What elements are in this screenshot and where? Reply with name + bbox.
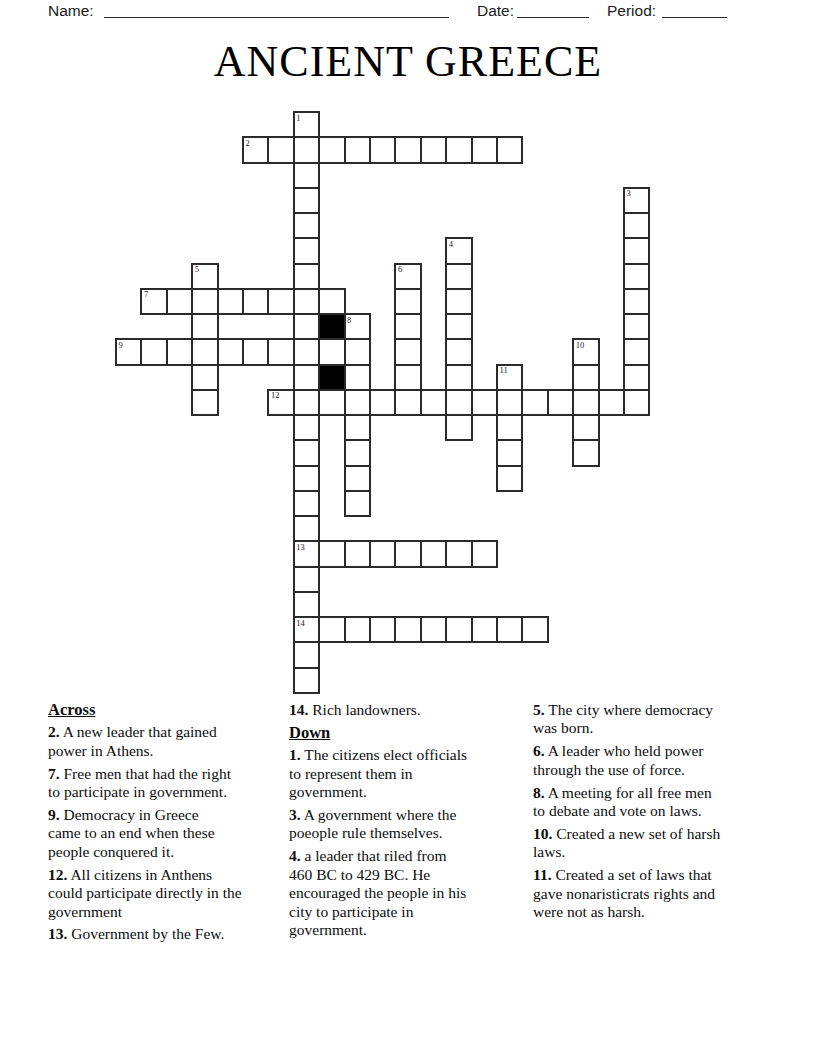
clue-number: 5. <box>533 701 545 718</box>
grid-cell[interactable] <box>496 465 523 492</box>
grid-cell[interactable] <box>394 288 421 315</box>
grid-cell[interactable] <box>420 540 447 567</box>
down-header: Down <box>289 724 519 742</box>
grid-cell[interactable] <box>445 338 472 365</box>
clue-down-10: 10. Created a new set of harsh laws. <box>533 825 761 862</box>
grid-cell[interactable] <box>369 616 396 643</box>
clue-down-1: 1. The citizens elect officials to repre… <box>289 746 519 801</box>
clue-text: A new leader that gained power in Athens… <box>48 723 217 758</box>
grid-cell[interactable] <box>420 389 447 416</box>
grid-cell[interactable] <box>344 616 371 643</box>
grid-cell[interactable] <box>191 364 218 391</box>
grid-cell[interactable] <box>521 389 548 416</box>
clue-text: A meeting for all free men to debate and… <box>533 784 712 819</box>
grid-cell[interactable] <box>623 263 650 290</box>
clue-text: A leader who held power through the use … <box>533 742 703 777</box>
grid-cell[interactable] <box>496 389 523 416</box>
clues-column-3: 5. The city where democracy was born.6. … <box>533 701 761 926</box>
grid-cell[interactable] <box>140 338 167 365</box>
grid-cell[interactable] <box>623 338 650 365</box>
grid-cell[interactable] <box>166 338 193 365</box>
grid-cell[interactable] <box>369 136 396 163</box>
grid-cell[interactable] <box>471 616 498 643</box>
grid-cell[interactable] <box>191 288 218 315</box>
clue-text: All citizens in Anthens could participat… <box>48 866 242 920</box>
grid-cell[interactable] <box>445 136 472 163</box>
grid-cell[interactable] <box>293 288 320 315</box>
grid-cell[interactable] <box>598 389 625 416</box>
clue-across-13: 13. Government by the Few. <box>48 925 296 943</box>
grid-cell[interactable] <box>293 515 320 542</box>
grid-cell[interactable] <box>293 439 320 466</box>
grid-cell[interactable] <box>293 263 320 290</box>
clue-number: 3. <box>289 806 301 823</box>
clue-number: 13. <box>48 925 67 942</box>
grid-cell[interactable] <box>267 338 294 365</box>
worksheet-page: Name: Date: Period: ANCIENT GREECE 12345… <box>0 0 816 1056</box>
grid-cell[interactable] <box>394 616 421 643</box>
clue-text: Democracy in Greece came to an end when … <box>48 806 215 860</box>
clue-text: Government by the Few. <box>71 925 224 942</box>
cell-number: 9 <box>119 341 123 350</box>
grid-cell[interactable] <box>471 540 498 567</box>
grid-cell[interactable] <box>344 414 371 441</box>
grid-cell[interactable] <box>293 641 320 668</box>
grid-cell[interactable] <box>394 540 421 567</box>
grid-cell[interactable] <box>318 136 345 163</box>
clue-number: 8. <box>533 784 545 801</box>
cell-number: 12 <box>271 391 280 400</box>
clue-number: 1. <box>289 746 301 763</box>
clue-number: 11. <box>533 866 552 883</box>
clue-number: 9. <box>48 806 60 823</box>
grid-cell[interactable] <box>445 263 472 290</box>
clue-down-11: 11. Created a set of laws that gave nona… <box>533 866 761 921</box>
grid-cell[interactable] <box>293 187 320 214</box>
grid-cell[interactable] <box>445 364 472 391</box>
grid-cell[interactable] <box>572 414 599 441</box>
cell-number: 1 <box>296 114 300 123</box>
clue-text: a leader that riled from 460 BC to 429 B… <box>289 847 466 938</box>
grid-cell[interactable] <box>293 364 320 391</box>
grid-cell-black <box>318 313 345 340</box>
crossword-grid: 1234567891011121314 <box>115 111 651 695</box>
clue-down-3: 3. A government where the poeople rule t… <box>289 806 519 843</box>
grid-cell[interactable] <box>521 616 548 643</box>
grid-cell[interactable] <box>344 364 371 391</box>
grid-cell[interactable] <box>394 389 421 416</box>
clue-across-7: 7. Free men that had the right to partic… <box>48 765 296 802</box>
grid-cell[interactable] <box>242 338 269 365</box>
grid-cell[interactable] <box>369 540 396 567</box>
grid-cell[interactable] <box>623 313 650 340</box>
grid-cell[interactable] <box>344 389 371 416</box>
grid-cell[interactable] <box>394 364 421 391</box>
grid-cell[interactable] <box>293 389 320 416</box>
clue-text: Created a set of laws that gave nonarist… <box>533 866 715 920</box>
grid-cell[interactable] <box>293 338 320 365</box>
grid-cell[interactable] <box>318 338 345 365</box>
grid-cell[interactable] <box>293 212 320 239</box>
cell-number: 10 <box>576 341 585 350</box>
grid-cell[interactable] <box>623 212 650 239</box>
grid-cell[interactable] <box>242 288 269 315</box>
grid-cell[interactable] <box>344 338 371 365</box>
period-label: Period: <box>607 2 656 20</box>
grid-cell[interactable] <box>191 338 218 365</box>
cell-number: 4 <box>449 240 453 249</box>
grid-cell[interactable] <box>293 162 320 189</box>
clue-text: Rich landowners. <box>312 701 420 718</box>
clue-number: 14. <box>289 701 308 718</box>
grid-cell[interactable] <box>420 136 447 163</box>
clue-number: 7. <box>48 765 60 782</box>
grid-cell[interactable] <box>496 616 523 643</box>
grid-cell[interactable] <box>293 490 320 517</box>
grid-cell[interactable] <box>394 136 421 163</box>
grid-cell[interactable] <box>318 616 345 643</box>
grid-cell[interactable] <box>623 364 650 391</box>
clue-across-14: 14. Rich landowners. <box>289 701 519 719</box>
clue-number: 6. <box>533 742 545 759</box>
grid-cell[interactable] <box>344 465 371 492</box>
grid-cell[interactable] <box>496 414 523 441</box>
grid-cell[interactable] <box>445 313 472 340</box>
grid-cell-black <box>318 364 345 391</box>
clues-column-1: Across2. A new leader that gained power … <box>48 701 296 948</box>
clue-across-12: 12. All citizens in Anthens could partic… <box>48 866 296 921</box>
grid-cell[interactable] <box>318 540 345 567</box>
name-label: Name: <box>48 2 94 20</box>
grid-cell[interactable] <box>445 540 472 567</box>
clues-column-2: 14. Rich landowners.Down1. The citizens … <box>289 701 519 944</box>
grid-cell[interactable] <box>496 439 523 466</box>
clue-text: Created a new set of harsh laws. <box>533 825 720 860</box>
grid-cell[interactable] <box>344 540 371 567</box>
grid-cell[interactable] <box>572 364 599 391</box>
clue-down-8: 8. A meeting for all free men to debate … <box>533 784 761 821</box>
grid-cell[interactable] <box>293 136 320 163</box>
cell-number: 11 <box>500 366 508 375</box>
grid-cell[interactable] <box>496 136 523 163</box>
grid-cell[interactable] <box>445 389 472 416</box>
grid-cell[interactable] <box>623 389 650 416</box>
grid-cell[interactable] <box>293 237 320 264</box>
grid-cell[interactable] <box>293 667 320 694</box>
date-label: Date: <box>477 2 514 20</box>
grid-cell[interactable] <box>293 414 320 441</box>
page-title: ANCIENT GREECE <box>0 36 816 87</box>
grid-cell[interactable] <box>394 313 421 340</box>
grid-cell[interactable] <box>445 288 472 315</box>
clue-text: The citizens elect officials to represen… <box>289 746 467 800</box>
cell-number: 2 <box>246 139 250 148</box>
cell-number: 6 <box>398 265 402 274</box>
grid-cell[interactable] <box>191 389 218 416</box>
grid-cell[interactable] <box>293 566 320 593</box>
grid-cell[interactable] <box>344 490 371 517</box>
clue-text: Free men that had the right to participa… <box>48 765 231 800</box>
grid-cell[interactable] <box>318 288 345 315</box>
grid-cell[interactable] <box>572 389 599 416</box>
period-blank-line <box>662 0 727 18</box>
clue-number: 10. <box>533 825 552 842</box>
grid-cell[interactable] <box>267 136 294 163</box>
clue-across-2: 2. A new leader that gained power in Ath… <box>48 723 296 760</box>
clue-text: The city where democracy was born. <box>533 701 713 736</box>
grid-cell[interactable] <box>471 136 498 163</box>
grid-cell[interactable] <box>394 338 421 365</box>
date-blank-line <box>517 0 589 18</box>
clue-text: A government where the poeople rule them… <box>289 806 456 841</box>
grid-cell[interactable] <box>471 389 498 416</box>
clue-down-4: 4. a leader that riled from 460 BC to 42… <box>289 847 519 939</box>
cell-number: 8 <box>347 316 351 325</box>
grid-cell[interactable] <box>344 439 371 466</box>
grid-cell[interactable] <box>293 591 320 618</box>
grid-cell[interactable] <box>445 616 472 643</box>
grid-cell[interactable] <box>293 313 320 340</box>
grid-cell[interactable] <box>572 439 599 466</box>
grid-cell[interactable] <box>267 288 294 315</box>
cell-number: 14 <box>296 619 305 628</box>
clue-across-9: 9. Democracy in Greece came to an end wh… <box>48 806 296 861</box>
name-blank-line <box>104 0 449 18</box>
cell-number: 13 <box>296 543 305 552</box>
grid-cell[interactable] <box>420 616 447 643</box>
grid-cell[interactable] <box>217 288 244 315</box>
cell-number: 3 <box>627 189 631 198</box>
grid-cell[interactable] <box>217 338 244 365</box>
grid-cell[interactable] <box>623 237 650 264</box>
grid-cell[interactable] <box>623 288 650 315</box>
clue-down-5: 5. The city where democracy was born. <box>533 701 761 738</box>
cell-number: 5 <box>195 265 199 274</box>
cell-number: 7 <box>144 290 148 299</box>
clue-number: 2. <box>48 723 60 740</box>
grid-cell[interactable] <box>191 313 218 340</box>
grid-cell[interactable] <box>445 414 472 441</box>
grid-cell[interactable] <box>369 389 396 416</box>
grid-cell[interactable] <box>166 288 193 315</box>
grid-cell[interactable] <box>293 465 320 492</box>
clue-down-6: 6. A leader who held power through the u… <box>533 742 761 779</box>
grid-cell[interactable] <box>318 389 345 416</box>
grid-cell[interactable] <box>344 136 371 163</box>
across-header: Across <box>48 701 296 719</box>
grid-cell[interactable] <box>547 389 574 416</box>
clue-number: 4. <box>289 847 301 864</box>
clue-number: 12. <box>48 866 67 883</box>
